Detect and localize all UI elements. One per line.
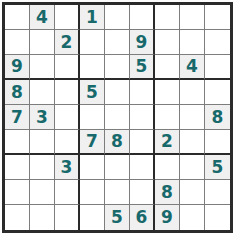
sudoku-board: 412995485738782358569 — [2, 2, 233, 233]
cell-r5c4[interactable] — [80, 105, 105, 130]
cell-r4c9[interactable] — [205, 80, 230, 105]
cell-r2c2[interactable] — [30, 30, 55, 55]
cell-r2c5[interactable] — [105, 30, 130, 55]
cell-r1c9[interactable] — [205, 5, 230, 30]
cell-r8c8[interactable] — [180, 180, 205, 205]
cell-r9c1[interactable] — [5, 205, 30, 230]
cell-r6c2[interactable] — [30, 130, 55, 155]
cell-r1c6[interactable] — [130, 5, 155, 30]
cell-r7c2[interactable] — [30, 155, 55, 180]
cell-r8c6[interactable] — [130, 180, 155, 205]
cell-r9c5: 5 — [105, 205, 130, 230]
cell-r7c4[interactable] — [80, 155, 105, 180]
cell-r7c5[interactable] — [105, 155, 130, 180]
cell-r5c8[interactable] — [180, 105, 205, 130]
cell-r4c7[interactable] — [155, 80, 180, 105]
cell-r5c7[interactable] — [155, 105, 180, 130]
cell-r8c4[interactable] — [80, 180, 105, 205]
cell-r7c6[interactable] — [130, 155, 155, 180]
cell-r1c3[interactable] — [55, 5, 80, 30]
cell-r6c5: 8 — [105, 130, 130, 155]
cell-r3c3[interactable] — [55, 55, 80, 80]
cell-r6c9[interactable] — [205, 130, 230, 155]
cell-r5c1: 7 — [5, 105, 30, 130]
cell-r7c7[interactable] — [155, 155, 180, 180]
cell-r9c3[interactable] — [55, 205, 80, 230]
cell-r7c3: 3 — [55, 155, 80, 180]
cell-r5c9: 8 — [205, 105, 230, 130]
cell-r5c5[interactable] — [105, 105, 130, 130]
cell-r9c2[interactable] — [30, 205, 55, 230]
cell-r9c4[interactable] — [80, 205, 105, 230]
cell-r3c7[interactable] — [155, 55, 180, 80]
cell-r5c3[interactable] — [55, 105, 80, 130]
cell-r3c1: 9 — [5, 55, 30, 80]
cell-r4c4: 5 — [80, 80, 105, 105]
cell-r6c8[interactable] — [180, 130, 205, 155]
cell-r2c8[interactable] — [180, 30, 205, 55]
cell-r6c1[interactable] — [5, 130, 30, 155]
cell-r4c1: 8 — [5, 80, 30, 105]
cell-r4c8[interactable] — [180, 80, 205, 105]
cell-r1c7[interactable] — [155, 5, 180, 30]
cell-r1c4: 1 — [80, 5, 105, 30]
cell-r8c7: 8 — [155, 180, 180, 205]
cell-r4c6[interactable] — [130, 80, 155, 105]
cell-r2c4[interactable] — [80, 30, 105, 55]
cell-r7c1[interactable] — [5, 155, 30, 180]
cell-r2c3: 2 — [55, 30, 80, 55]
cell-r1c5[interactable] — [105, 5, 130, 30]
cell-r2c6: 9 — [130, 30, 155, 55]
cell-r9c9[interactable] — [205, 205, 230, 230]
cell-r2c1[interactable] — [5, 30, 30, 55]
cell-r9c8[interactable] — [180, 205, 205, 230]
cell-r3c6: 5 — [130, 55, 155, 80]
cell-r3c5[interactable] — [105, 55, 130, 80]
cell-r6c6[interactable] — [130, 130, 155, 155]
cell-r4c2[interactable] — [30, 80, 55, 105]
cell-r3c2[interactable] — [30, 55, 55, 80]
cell-r9c7: 9 — [155, 205, 180, 230]
cell-r5c6[interactable] — [130, 105, 155, 130]
cell-r3c9[interactable] — [205, 55, 230, 80]
cell-r7c9: 5 — [205, 155, 230, 180]
cell-r6c7: 2 — [155, 130, 180, 155]
cell-r5c2: 3 — [30, 105, 55, 130]
cell-r8c3[interactable] — [55, 180, 80, 205]
cell-r1c8[interactable] — [180, 5, 205, 30]
cell-r6c3[interactable] — [55, 130, 80, 155]
cell-r4c5[interactable] — [105, 80, 130, 105]
cell-r1c1[interactable] — [5, 5, 30, 30]
cell-r8c2[interactable] — [30, 180, 55, 205]
cell-r6c4: 7 — [80, 130, 105, 155]
cell-r4c3[interactable] — [55, 80, 80, 105]
cell-r1c2: 4 — [30, 5, 55, 30]
cell-r3c8: 4 — [180, 55, 205, 80]
cell-r8c9[interactable] — [205, 180, 230, 205]
cell-r2c7[interactable] — [155, 30, 180, 55]
cell-r9c6: 6 — [130, 205, 155, 230]
cell-r2c9[interactable] — [205, 30, 230, 55]
cell-r8c1[interactable] — [5, 180, 30, 205]
cell-r7c8[interactable] — [180, 155, 205, 180]
sudoku-widget: 412995485738782358569 — [0, 0, 236, 236]
cell-r8c5[interactable] — [105, 180, 130, 205]
cell-r3c4[interactable] — [80, 55, 105, 80]
